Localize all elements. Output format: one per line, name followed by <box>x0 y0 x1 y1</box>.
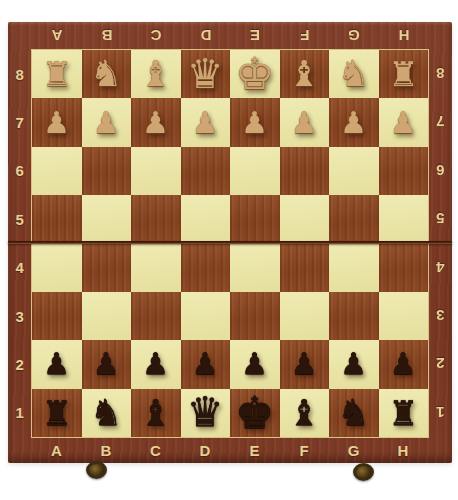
square-a6[interactable] <box>32 147 82 195</box>
square-h8[interactable]: ♜ <box>379 50 429 98</box>
dark-pawn-h2[interactable]: ♟ <box>390 349 417 379</box>
light-king-e8[interactable]: ♚ <box>235 52 274 96</box>
light-bishop-f8[interactable]: ♝ <box>288 56 320 92</box>
square-g2[interactable]: ♟ <box>329 340 379 388</box>
rank-label-right-5: 5 <box>428 195 452 243</box>
dark-pawn-g2[interactable]: ♟ <box>340 349 367 379</box>
light-pawn-g7[interactable]: ♟ <box>340 108 367 138</box>
square-h4[interactable] <box>379 244 429 292</box>
square-c7[interactable]: ♟ <box>131 98 181 146</box>
file-label-bottom-g: G <box>329 437 379 463</box>
square-c4[interactable] <box>131 244 181 292</box>
light-bishop-c8[interactable]: ♝ <box>140 56 172 92</box>
file-label-bottom-b: B <box>82 437 132 463</box>
dark-pawn-a2[interactable]: ♟ <box>43 349 70 379</box>
square-a4[interactable] <box>32 244 82 292</box>
square-g6[interactable] <box>329 147 379 195</box>
rank-label-left-2: 2 <box>8 340 32 388</box>
square-h5[interactable] <box>379 195 429 243</box>
square-b6[interactable] <box>82 147 132 195</box>
rank-label-left-4: 4 <box>8 244 32 292</box>
rank-label-left-5: 5 <box>8 195 32 243</box>
file-label-top-b: B <box>82 22 132 50</box>
rank-label-right-6: 6 <box>428 147 452 195</box>
light-rook-h8[interactable]: ♜ <box>388 57 418 91</box>
square-d4[interactable] <box>181 244 231 292</box>
rank-label-left-1: 1 <box>8 389 32 437</box>
square-e6[interactable] <box>230 147 280 195</box>
square-f6[interactable] <box>280 147 330 195</box>
file-labels-bottom: ABCDEFGH <box>32 437 428 463</box>
square-c1[interactable]: ♝ <box>131 389 181 437</box>
square-g1[interactable]: ♞ <box>329 389 379 437</box>
dark-queen-d1[interactable]: ♛ <box>187 392 224 433</box>
square-e7[interactable]: ♟ <box>230 98 280 146</box>
square-d8[interactable]: ♛ <box>181 50 231 98</box>
square-e3[interactable] <box>230 292 280 340</box>
square-d1[interactable]: ♛ <box>181 389 231 437</box>
rank-label-right-8: 8 <box>428 50 452 98</box>
clasp-hinge-right <box>353 463 374 481</box>
file-label-top-d: D <box>181 22 231 50</box>
square-d3[interactable] <box>181 292 231 340</box>
square-g8[interactable]: ♞ <box>329 50 379 98</box>
square-b2[interactable]: ♟ <box>82 340 132 388</box>
dark-pawn-f2[interactable]: ♟ <box>291 349 318 379</box>
square-a7[interactable]: ♟ <box>32 98 82 146</box>
square-c8[interactable]: ♝ <box>131 50 181 98</box>
file-label-bottom-h: H <box>379 437 429 463</box>
light-pawn-d7[interactable]: ♟ <box>192 108 219 138</box>
square-f2[interactable]: ♟ <box>280 340 330 388</box>
square-b4[interactable] <box>82 244 132 292</box>
light-rook-a8[interactable]: ♜ <box>42 57 72 91</box>
square-h2[interactable]: ♟ <box>379 340 429 388</box>
square-a2[interactable]: ♟ <box>32 340 82 388</box>
square-h1[interactable]: ♜ <box>379 389 429 437</box>
chess-board: ABCDEFGH 87654321 87654321 ♜♞♝♛♚♝♞♜♟♟♟♟♟… <box>8 22 452 463</box>
light-pawn-c7[interactable]: ♟ <box>142 108 169 138</box>
file-label-bottom-c: C <box>131 437 181 463</box>
dark-bishop-c1[interactable]: ♝ <box>140 395 172 431</box>
file-label-bottom-f: F <box>280 437 330 463</box>
dark-rook-h1[interactable]: ♜ <box>388 396 418 430</box>
file-label-top-e: E <box>230 22 280 50</box>
light-pawn-a7[interactable]: ♟ <box>43 108 70 138</box>
square-c5[interactable] <box>131 195 181 243</box>
square-h6[interactable] <box>379 147 429 195</box>
rank-label-left-3: 3 <box>8 292 32 340</box>
dark-pawn-c2[interactable]: ♟ <box>142 349 169 379</box>
square-c6[interactable] <box>131 147 181 195</box>
square-g3[interactable] <box>329 292 379 340</box>
light-knight-b8[interactable]: ♞ <box>90 56 122 92</box>
rank-label-right-2: 2 <box>428 340 452 388</box>
square-a1[interactable]: ♜ <box>32 389 82 437</box>
square-b3[interactable] <box>82 292 132 340</box>
dark-knight-b1[interactable]: ♞ <box>90 395 122 431</box>
light-pawn-h7[interactable]: ♟ <box>390 108 417 138</box>
file-label-top-h: H <box>379 22 429 50</box>
square-d5[interactable] <box>181 195 231 243</box>
light-knight-g8[interactable]: ♞ <box>338 56 370 92</box>
dark-rook-a1[interactable]: ♜ <box>42 396 72 430</box>
square-f8[interactable]: ♝ <box>280 50 330 98</box>
file-label-top-a: A <box>32 22 82 50</box>
square-d2[interactable]: ♟ <box>181 340 231 388</box>
rank-label-right-3: 3 <box>428 292 452 340</box>
fold-seam <box>8 241 452 244</box>
file-label-top-g: G <box>329 22 379 50</box>
product-photo: ABCDEFGH 87654321 87654321 ♜♞♝♛♚♝♞♜♟♟♟♟♟… <box>0 0 458 500</box>
square-a5[interactable] <box>32 195 82 243</box>
light-pawn-f7[interactable]: ♟ <box>291 108 318 138</box>
file-labels-top: ABCDEFGH <box>32 22 428 50</box>
file-label-bottom-d: D <box>181 437 231 463</box>
square-h3[interactable] <box>379 292 429 340</box>
square-e1[interactable]: ♚ <box>230 389 280 437</box>
dark-pawn-d2[interactable]: ♟ <box>192 349 219 379</box>
square-c2[interactable]: ♟ <box>131 340 181 388</box>
dark-bishop-f1[interactable]: ♝ <box>288 395 320 431</box>
rank-label-left-8: 8 <box>8 50 32 98</box>
dark-king-e1[interactable]: ♚ <box>235 391 274 435</box>
clasp-hinge-left <box>86 461 107 479</box>
light-pawn-e7[interactable]: ♟ <box>241 108 268 138</box>
rank-label-right-1: 1 <box>428 389 452 437</box>
square-e2[interactable]: ♟ <box>230 340 280 388</box>
square-g5[interactable] <box>329 195 379 243</box>
file-label-bottom-a: A <box>32 437 82 463</box>
rank-label-left-6: 6 <box>8 147 32 195</box>
square-b1[interactable]: ♞ <box>82 389 132 437</box>
square-g4[interactable] <box>329 244 379 292</box>
rank-label-left-7: 7 <box>8 98 32 146</box>
file-label-bottom-e: E <box>230 437 280 463</box>
square-f7[interactable]: ♟ <box>280 98 330 146</box>
square-b8[interactable]: ♞ <box>82 50 132 98</box>
light-queen-d8[interactable]: ♛ <box>187 54 224 95</box>
square-d6[interactable] <box>181 147 231 195</box>
rank-label-right-7: 7 <box>428 98 452 146</box>
dark-pawn-b2[interactable]: ♟ <box>93 349 120 379</box>
square-e5[interactable] <box>230 195 280 243</box>
square-b7[interactable]: ♟ <box>82 98 132 146</box>
square-c3[interactable] <box>131 292 181 340</box>
file-label-top-f: F <box>280 22 330 50</box>
square-a8[interactable]: ♜ <box>32 50 82 98</box>
square-e4[interactable] <box>230 244 280 292</box>
square-f3[interactable] <box>280 292 330 340</box>
square-g7[interactable]: ♟ <box>329 98 379 146</box>
square-b5[interactable] <box>82 195 132 243</box>
light-pawn-b7[interactable]: ♟ <box>93 108 120 138</box>
square-a3[interactable] <box>32 292 82 340</box>
square-f4[interactable] <box>280 244 330 292</box>
dark-knight-g1[interactable]: ♞ <box>338 395 370 431</box>
square-f5[interactable] <box>280 195 330 243</box>
dark-pawn-e2[interactable]: ♟ <box>241 349 268 379</box>
square-f1[interactable]: ♝ <box>280 389 330 437</box>
rank-label-right-4: 4 <box>428 244 452 292</box>
square-e8[interactable]: ♚ <box>230 50 280 98</box>
file-label-top-c: C <box>131 22 181 50</box>
square-d7[interactable]: ♟ <box>181 98 231 146</box>
square-h7[interactable]: ♟ <box>379 98 429 146</box>
